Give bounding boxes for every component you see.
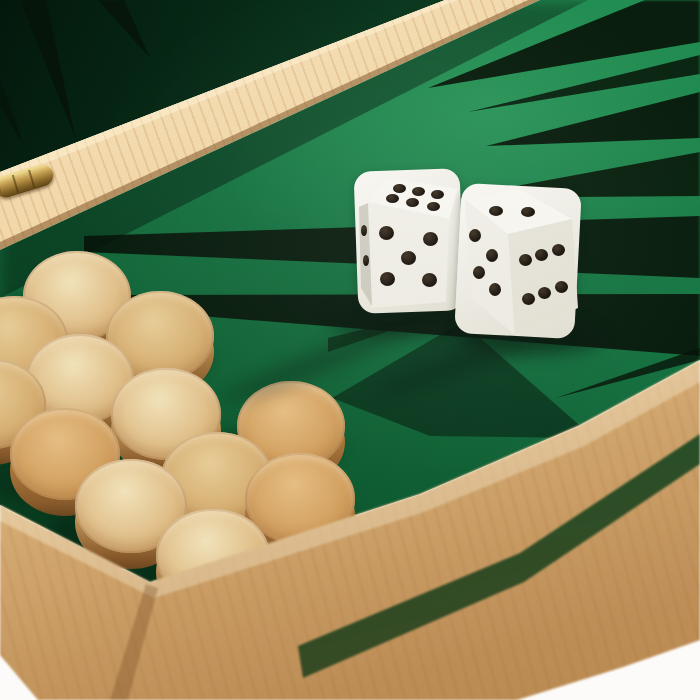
dice-layer: [0, 0, 700, 700]
die-pip: [521, 207, 535, 217]
die-pip: [393, 184, 406, 193]
die-pip: [489, 283, 501, 296]
die-pip: [379, 226, 394, 240]
die-pip: [555, 281, 568, 293]
die-pip: [538, 287, 551, 299]
die-pip: [522, 293, 535, 305]
backgammon-case-photo: [0, 0, 700, 700]
die-pip: [422, 273, 437, 287]
die-pip: [519, 254, 532, 266]
die-pip: [386, 194, 399, 203]
die-pip: [361, 225, 367, 236]
die-pip: [401, 251, 416, 265]
die-pip: [427, 202, 440, 211]
die-pip: [363, 255, 369, 266]
die-cast-streak-0: [217, 312, 420, 411]
die-pip: [489, 206, 503, 216]
die-pip: [473, 266, 485, 279]
die-pip: [380, 272, 395, 286]
